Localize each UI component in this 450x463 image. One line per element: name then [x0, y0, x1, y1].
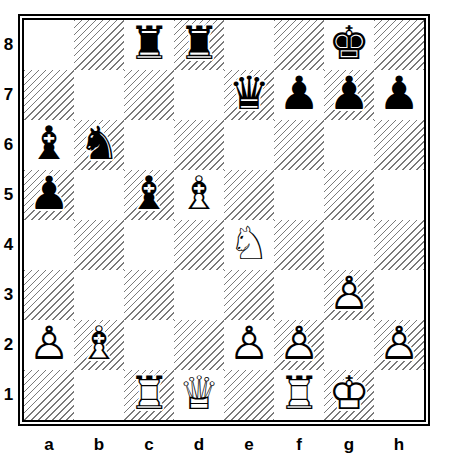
board: ♜♜♜♜♚♚♛♛♟♟♟♟♟♟♝♝♞♞♟♟♝♝♝♗♞♘♟♙♟♙♝♗♟♙♟♙♟♙♜♖… — [22, 18, 426, 422]
square-h1[interactable] — [374, 370, 424, 420]
file-label-a: a — [24, 431, 74, 459]
square-g1[interactable]: ♚♔ — [324, 370, 374, 420]
square-b6[interactable]: ♞♞ — [74, 120, 124, 170]
piece-white-bishop[interactable]: ♗ — [74, 318, 124, 368]
square-h6[interactable] — [374, 120, 424, 170]
piece-white-queen[interactable]: ♕ — [174, 368, 224, 418]
square-d1[interactable]: ♛♕ — [174, 370, 224, 420]
square-h2[interactable]: ♟♙ — [374, 320, 424, 370]
square-b8[interactable] — [74, 20, 124, 70]
square-a5[interactable]: ♟♟ — [24, 170, 74, 220]
file-label-b: b — [74, 431, 124, 459]
square-g2[interactable] — [324, 320, 374, 370]
piece-white-pawn[interactable]: ♙ — [24, 318, 74, 368]
square-e7[interactable]: ♛♛ — [224, 70, 274, 120]
square-c2[interactable] — [124, 320, 174, 370]
square-f4[interactable] — [274, 220, 324, 270]
square-e4[interactable]: ♞♘ — [224, 220, 274, 270]
file-label-e: e — [224, 431, 274, 459]
rank-label-8: 8 — [0, 20, 17, 70]
piece-white-pawn[interactable]: ♙ — [374, 318, 424, 368]
board-frame: ♜♜♜♜♚♚♛♛♟♟♟♟♟♟♝♝♞♞♟♟♝♝♝♗♞♘♟♙♟♙♝♗♟♙♟♙♟♙♜♖… — [18, 14, 430, 426]
piece-black-bishop[interactable]: ♝ — [124, 168, 174, 218]
square-f3[interactable] — [274, 270, 324, 320]
square-d7[interactable] — [174, 70, 224, 120]
square-a3[interactable] — [24, 270, 74, 320]
piece-white-pawn[interactable]: ♙ — [324, 268, 374, 318]
square-d8[interactable]: ♜♜ — [174, 20, 224, 70]
piece-black-rook[interactable]: ♜ — [174, 18, 224, 68]
square-e5[interactable] — [224, 170, 274, 220]
rank-label-5: 5 — [0, 170, 17, 220]
square-a4[interactable] — [24, 220, 74, 270]
square-c8[interactable]: ♜♜ — [124, 20, 174, 70]
square-e3[interactable] — [224, 270, 274, 320]
rank-label-7: 7 — [0, 70, 17, 120]
square-d6[interactable] — [174, 120, 224, 170]
square-f1[interactable]: ♜♖ — [274, 370, 324, 420]
square-a2[interactable]: ♟♙ — [24, 320, 74, 370]
piece-black-pawn[interactable]: ♟ — [324, 68, 374, 118]
square-b4[interactable] — [74, 220, 124, 270]
piece-white-king[interactable]: ♔ — [324, 368, 374, 418]
square-f8[interactable] — [274, 20, 324, 70]
piece-white-rook[interactable]: ♖ — [274, 368, 324, 418]
square-g7[interactable]: ♟♟ — [324, 70, 374, 120]
file-label-f: f — [274, 431, 324, 459]
square-g4[interactable] — [324, 220, 374, 270]
piece-white-bishop[interactable]: ♗ — [174, 168, 224, 218]
piece-white-pawn[interactable]: ♙ — [274, 318, 324, 368]
rank-label-6: 6 — [0, 120, 17, 170]
piece-black-king[interactable]: ♚ — [324, 18, 374, 68]
square-c3[interactable] — [124, 270, 174, 320]
square-b1[interactable] — [74, 370, 124, 420]
square-f6[interactable] — [274, 120, 324, 170]
square-f5[interactable] — [274, 170, 324, 220]
square-h5[interactable] — [374, 170, 424, 220]
square-a1[interactable] — [24, 370, 74, 420]
square-a8[interactable] — [24, 20, 74, 70]
square-h8[interactable] — [374, 20, 424, 70]
file-label-d: d — [174, 431, 224, 459]
file-label-c: c — [124, 431, 174, 459]
square-b5[interactable] — [74, 170, 124, 220]
square-g6[interactable] — [324, 120, 374, 170]
square-b7[interactable] — [74, 70, 124, 120]
rank-label-1: 1 — [0, 370, 17, 420]
square-a6[interactable]: ♝♝ — [24, 120, 74, 170]
square-d3[interactable] — [174, 270, 224, 320]
square-c5[interactable]: ♝♝ — [124, 170, 174, 220]
square-d4[interactable] — [174, 220, 224, 270]
square-c4[interactable] — [124, 220, 174, 270]
piece-white-pawn[interactable]: ♙ — [224, 318, 274, 368]
square-b2[interactable]: ♝♗ — [74, 320, 124, 370]
square-h4[interactable] — [374, 220, 424, 270]
square-c6[interactable] — [124, 120, 174, 170]
rank-label-4: 4 — [0, 220, 17, 270]
piece-black-bishop[interactable]: ♝ — [24, 118, 74, 168]
square-g3[interactable]: ♟♙ — [324, 270, 374, 320]
square-e8[interactable] — [224, 20, 274, 70]
piece-black-knight[interactable]: ♞ — [74, 118, 124, 168]
file-label-h: h — [374, 431, 424, 459]
square-d2[interactable] — [174, 320, 224, 370]
square-f7[interactable]: ♟♟ — [274, 70, 324, 120]
square-b3[interactable] — [74, 270, 124, 320]
square-f2[interactable]: ♟♙ — [274, 320, 324, 370]
square-h3[interactable] — [374, 270, 424, 320]
file-label-g: g — [324, 431, 374, 459]
square-a7[interactable] — [24, 70, 74, 120]
rank-label-3: 3 — [0, 270, 17, 320]
piece-black-rook[interactable]: ♜ — [124, 18, 174, 68]
square-e1[interactable] — [224, 370, 274, 420]
square-c7[interactable] — [124, 70, 174, 120]
piece-black-queen[interactable]: ♛ — [224, 68, 274, 118]
piece-white-knight[interactable]: ♘ — [224, 218, 274, 268]
piece-white-rook[interactable]: ♖ — [124, 368, 174, 418]
rank-label-2: 2 — [0, 320, 17, 370]
square-g5[interactable] — [324, 170, 374, 220]
square-h7[interactable]: ♟♟ — [374, 70, 424, 120]
square-c1[interactable]: ♜♖ — [124, 370, 174, 420]
chess-diagram: ♜♜♜♜♚♚♛♛♟♟♟♟♟♟♝♝♞♞♟♟♝♝♝♗♞♘♟♙♟♙♝♗♟♙♟♙♟♙♜♖… — [0, 0, 450, 463]
piece-black-pawn[interactable]: ♟ — [24, 168, 74, 218]
square-d5[interactable]: ♝♗ — [174, 170, 224, 220]
square-e6[interactable] — [224, 120, 274, 170]
piece-black-pawn[interactable]: ♟ — [374, 68, 424, 118]
square-g8[interactable]: ♚♚ — [324, 20, 374, 70]
square-e2[interactable]: ♟♙ — [224, 320, 274, 370]
piece-black-pawn[interactable]: ♟ — [274, 68, 324, 118]
